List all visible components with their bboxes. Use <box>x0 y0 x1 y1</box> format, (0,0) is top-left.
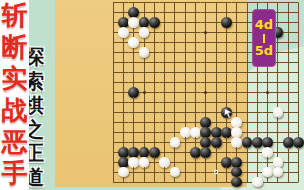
board-cell[interactable] <box>129 97 139 107</box>
board-cell[interactable] <box>160 48 170 58</box>
board-cell[interactable] <box>293 87 303 97</box>
board-cell[interactable] <box>252 97 262 107</box>
board-cell[interactable] <box>108 117 118 127</box>
board-cell[interactable] <box>129 48 139 58</box>
board-cell[interactable] <box>242 68 252 78</box>
board-cell[interactable] <box>149 28 159 38</box>
board-cell[interactable] <box>283 48 293 58</box>
board-cell[interactable] <box>190 167 200 177</box>
board-cell[interactable] <box>293 58 303 68</box>
board-cell[interactable] <box>293 107 303 117</box>
board-cell[interactable] <box>160 97 170 107</box>
board-cell[interactable] <box>139 48 149 58</box>
board-cell[interactable] <box>293 137 303 147</box>
board-cell[interactable] <box>190 48 200 58</box>
board-cell[interactable] <box>149 68 159 78</box>
board-cell[interactable] <box>190 97 200 107</box>
board-cell[interactable] <box>293 97 303 107</box>
board-cell[interactable] <box>263 177 273 187</box>
board-cell[interactable] <box>139 38 149 48</box>
board-cell[interactable] <box>160 18 170 28</box>
board-cell[interactable] <box>242 48 252 58</box>
board-cell[interactable] <box>180 107 190 117</box>
board-cell[interactable] <box>190 137 200 147</box>
board-cell[interactable] <box>139 107 149 117</box>
board-cell[interactable] <box>149 48 159 58</box>
board-cell[interactable] <box>129 38 139 48</box>
board-cell[interactable] <box>180 97 190 107</box>
board-cell[interactable] <box>283 157 293 167</box>
board-cell[interactable] <box>170 77 180 87</box>
board-cell[interactable] <box>232 48 242 58</box>
board-cell[interactable] <box>221 38 231 48</box>
board-cell[interactable] <box>180 117 190 127</box>
board-cell[interactable] <box>211 167 221 177</box>
board-cell[interactable] <box>232 0 242 8</box>
board-cell[interactable] <box>149 8 159 18</box>
board-cell[interactable] <box>190 58 200 68</box>
board-cell[interactable] <box>221 58 231 68</box>
board-cell[interactable] <box>263 147 273 157</box>
board-cell[interactable] <box>211 77 221 87</box>
board-cell[interactable] <box>283 117 293 127</box>
board-cell[interactable] <box>211 48 221 58</box>
board-cell[interactable] <box>283 147 293 157</box>
board-cell[interactable] <box>242 97 252 107</box>
board-cell[interactable] <box>283 58 293 68</box>
board-cell[interactable] <box>232 38 242 48</box>
board-cell[interactable] <box>283 0 293 8</box>
board-cell[interactable] <box>263 167 273 177</box>
board-cell[interactable] <box>273 157 283 167</box>
board-cell[interactable] <box>118 87 128 97</box>
board-cell[interactable] <box>273 177 283 187</box>
board-cell[interactable] <box>242 127 252 137</box>
board-cell[interactable] <box>221 107 231 117</box>
board-cell[interactable] <box>252 117 262 127</box>
board-cell[interactable] <box>201 127 211 137</box>
board-cell[interactable] <box>149 18 159 28</box>
board-cell[interactable] <box>149 177 159 187</box>
board-cell[interactable] <box>170 157 180 167</box>
board-cell[interactable] <box>252 68 262 78</box>
board-cell[interactable] <box>190 177 200 187</box>
board-cell[interactable] <box>108 77 118 87</box>
board-cell[interactable] <box>242 8 252 18</box>
board-cell[interactable] <box>201 97 211 107</box>
board-cell[interactable] <box>129 117 139 127</box>
board-cell[interactable] <box>170 177 180 187</box>
board-cell[interactable] <box>201 87 211 97</box>
board-cell[interactable] <box>211 177 221 187</box>
board-cell[interactable] <box>211 18 221 28</box>
board-cell[interactable] <box>201 38 211 48</box>
board-cell[interactable] <box>283 177 293 187</box>
board-cell[interactable] <box>190 68 200 78</box>
board-cell[interactable] <box>232 97 242 107</box>
board-cell[interactable] <box>242 87 252 97</box>
board-cell[interactable] <box>283 38 293 48</box>
board-cell[interactable] <box>118 97 128 107</box>
board-cell[interactable] <box>293 38 303 48</box>
board-cell[interactable] <box>273 147 283 157</box>
board-cell[interactable] <box>273 167 283 177</box>
board-cell[interactable] <box>118 107 128 117</box>
board-cell[interactable] <box>211 0 221 8</box>
board-cell[interactable] <box>201 167 211 177</box>
board-cell[interactable] <box>129 137 139 147</box>
board-cell[interactable] <box>242 0 252 8</box>
board-cell[interactable] <box>180 48 190 58</box>
board-cell[interactable] <box>139 147 149 157</box>
board-cell[interactable] <box>201 28 211 38</box>
board-cell[interactable] <box>160 167 170 177</box>
board-cell[interactable] <box>293 157 303 167</box>
board-cell[interactable] <box>283 8 293 18</box>
board-cell[interactable] <box>221 137 231 147</box>
board-cell[interactable] <box>160 38 170 48</box>
board-cell[interactable] <box>160 68 170 78</box>
board-cell[interactable] <box>263 0 273 8</box>
board-cell[interactable] <box>149 38 159 48</box>
board-cell[interactable] <box>108 97 118 107</box>
board-cell[interactable] <box>149 0 159 8</box>
board-cell[interactable] <box>252 77 262 87</box>
board-cell[interactable] <box>283 18 293 28</box>
board-cell[interactable] <box>242 137 252 147</box>
board-cell[interactable] <box>160 87 170 97</box>
board-cell[interactable] <box>211 107 221 117</box>
board-cell[interactable] <box>149 77 159 87</box>
board-cell[interactable] <box>190 8 200 18</box>
board-cell[interactable] <box>242 38 252 48</box>
board-cell[interactable] <box>293 127 303 137</box>
board-cell[interactable] <box>232 77 242 87</box>
board-cell[interactable] <box>118 38 128 48</box>
board-cell[interactable] <box>252 137 262 147</box>
board-cell[interactable] <box>139 0 149 8</box>
board-cell[interactable] <box>160 0 170 8</box>
board-cell[interactable] <box>190 157 200 167</box>
board-cell[interactable] <box>263 77 273 87</box>
board-cell[interactable] <box>211 117 221 127</box>
board-cell[interactable] <box>129 127 139 137</box>
board-cell[interactable] <box>263 107 273 117</box>
board-cell[interactable] <box>263 97 273 107</box>
board-cell[interactable] <box>170 127 180 137</box>
board-cell[interactable] <box>232 18 242 28</box>
board-cell[interactable] <box>170 8 180 18</box>
board-cell[interactable] <box>129 157 139 167</box>
board-cell[interactable] <box>170 117 180 127</box>
board-cell[interactable] <box>190 77 200 87</box>
board-cell[interactable] <box>170 58 180 68</box>
board-cell[interactable] <box>273 87 283 97</box>
board-cell[interactable] <box>118 58 128 68</box>
board-cell[interactable] <box>180 38 190 48</box>
board-cell[interactable] <box>170 87 180 97</box>
board-cell[interactable] <box>221 97 231 107</box>
board-cell[interactable] <box>160 177 170 187</box>
board-cell[interactable] <box>221 157 231 167</box>
go-board[interactable] <box>55 0 248 187</box>
board-cell[interactable] <box>221 18 231 28</box>
board-cell[interactable] <box>242 157 252 167</box>
board-cell[interactable] <box>118 48 128 58</box>
board-cell[interactable] <box>170 147 180 157</box>
board-cell[interactable] <box>263 68 273 78</box>
board-cell[interactable] <box>180 0 190 8</box>
board-cell[interactable] <box>263 117 273 127</box>
board-cell[interactable] <box>252 0 262 8</box>
board-cell[interactable] <box>273 68 283 78</box>
board-cell[interactable] <box>283 28 293 38</box>
board-cell[interactable] <box>221 167 231 177</box>
board-cell[interactable] <box>263 137 273 147</box>
board-cell[interactable] <box>293 177 303 187</box>
board-cell[interactable] <box>211 157 221 167</box>
board-cell[interactable] <box>149 127 159 137</box>
board-cell[interactable] <box>211 97 221 107</box>
board-cell[interactable] <box>221 177 231 187</box>
board-cell[interactable] <box>108 127 118 137</box>
board-cell[interactable] <box>149 97 159 107</box>
board-cell[interactable] <box>160 147 170 157</box>
board-cell[interactable] <box>108 48 118 58</box>
board-cell[interactable] <box>118 127 128 137</box>
board-cell[interactable] <box>232 147 242 157</box>
board-cell[interactable] <box>160 137 170 147</box>
board-cell[interactable] <box>190 0 200 8</box>
board-cell[interactable] <box>190 107 200 117</box>
board-cell[interactable] <box>149 167 159 177</box>
board-cell[interactable] <box>263 87 273 97</box>
board-cell[interactable] <box>129 68 139 78</box>
board-cell[interactable] <box>170 28 180 38</box>
board-cell[interactable] <box>160 28 170 38</box>
board-cell[interactable] <box>139 8 149 18</box>
board-cell[interactable] <box>108 87 118 97</box>
board-cell[interactable] <box>118 28 128 38</box>
board-cell[interactable] <box>252 167 262 177</box>
board-cell[interactable] <box>221 8 231 18</box>
board-cell[interactable] <box>273 107 283 117</box>
board-cell[interactable] <box>283 87 293 97</box>
board-cell[interactable] <box>283 127 293 137</box>
board-cell[interactable] <box>190 87 200 97</box>
board-cell[interactable] <box>201 117 211 127</box>
board-cell[interactable] <box>139 77 149 87</box>
board-cell[interactable] <box>201 177 211 187</box>
board-cell[interactable] <box>129 87 139 97</box>
board-cell[interactable] <box>149 157 159 167</box>
board-cell[interactable] <box>139 117 149 127</box>
board-cell[interactable] <box>139 58 149 68</box>
board-cell[interactable] <box>211 127 221 137</box>
board-cell[interactable] <box>149 137 159 147</box>
board-cell[interactable] <box>129 58 139 68</box>
board-cell[interactable] <box>211 38 221 48</box>
board-cell[interactable] <box>129 28 139 38</box>
board-cell[interactable] <box>149 117 159 127</box>
board-cell[interactable] <box>118 137 128 147</box>
board-cell[interactable] <box>170 68 180 78</box>
board-cell[interactable] <box>160 117 170 127</box>
board-cell[interactable] <box>149 58 159 68</box>
board-cell[interactable] <box>170 107 180 117</box>
board-cell[interactable] <box>283 77 293 87</box>
board-cell[interactable] <box>283 107 293 117</box>
board-cell[interactable] <box>139 28 149 38</box>
board-cell[interactable] <box>180 18 190 28</box>
board-cell[interactable] <box>211 68 221 78</box>
board-cell[interactable] <box>293 28 303 38</box>
board-cell[interactable] <box>190 147 200 157</box>
board-cell[interactable] <box>252 127 262 137</box>
board-cell[interactable] <box>160 157 170 167</box>
board-cell[interactable] <box>293 8 303 18</box>
board-cell[interactable] <box>201 58 211 68</box>
board-cell[interactable] <box>118 18 128 28</box>
board-cell[interactable] <box>170 97 180 107</box>
board-cell[interactable] <box>232 137 242 147</box>
board-cell[interactable] <box>252 87 262 97</box>
board-cell[interactable] <box>221 48 231 58</box>
board-cell[interactable] <box>293 0 303 8</box>
board-cell[interactable] <box>273 97 283 107</box>
board-cell[interactable] <box>293 18 303 28</box>
board-cell[interactable] <box>211 87 221 97</box>
board-cell[interactable] <box>232 8 242 18</box>
board-cell[interactable] <box>108 18 118 28</box>
board-cell[interactable] <box>180 28 190 38</box>
board-cell[interactable] <box>221 28 231 38</box>
board-cell[interactable] <box>252 107 262 117</box>
board-cell[interactable] <box>221 77 231 87</box>
board-cell[interactable] <box>293 167 303 177</box>
board-cell[interactable] <box>190 117 200 127</box>
board-cell[interactable] <box>273 117 283 127</box>
board-cell[interactable] <box>180 157 190 167</box>
board-cell[interactable] <box>180 68 190 78</box>
board-cell[interactable] <box>170 38 180 48</box>
board-cell[interactable] <box>180 127 190 137</box>
board-cell[interactable] <box>221 87 231 97</box>
board-cell[interactable] <box>160 8 170 18</box>
board-cell[interactable] <box>118 147 128 157</box>
board-cell[interactable] <box>129 107 139 117</box>
board-cell[interactable] <box>118 157 128 167</box>
board-cell[interactable] <box>273 127 283 137</box>
board-cell[interactable] <box>211 137 221 147</box>
board-cell[interactable] <box>129 77 139 87</box>
board-cell[interactable] <box>242 28 252 38</box>
board-cell[interactable] <box>108 28 118 38</box>
board-cell[interactable] <box>190 127 200 137</box>
board-cell[interactable] <box>108 167 118 177</box>
board-cell[interactable] <box>139 127 149 137</box>
board-cell[interactable] <box>232 58 242 68</box>
board-cell[interactable] <box>118 68 128 78</box>
board-cell[interactable] <box>201 147 211 157</box>
board-cell[interactable] <box>108 0 118 8</box>
board-cell[interactable] <box>263 157 273 167</box>
board-cell[interactable] <box>160 127 170 137</box>
board-cell[interactable] <box>180 167 190 177</box>
board-cell[interactable] <box>242 77 252 87</box>
board-cell[interactable] <box>273 0 283 8</box>
board-cell[interactable] <box>170 167 180 177</box>
board-cell[interactable] <box>180 8 190 18</box>
board-cell[interactable] <box>108 68 118 78</box>
board-cell[interactable] <box>252 177 262 187</box>
board-cell[interactable] <box>232 177 242 187</box>
board-cell[interactable] <box>283 97 293 107</box>
board-cell[interactable] <box>139 137 149 147</box>
board-cell[interactable] <box>201 0 211 8</box>
board-cell[interactable] <box>108 58 118 68</box>
board-cell[interactable] <box>273 137 283 147</box>
board-cell[interactable] <box>180 177 190 187</box>
board-cell[interactable] <box>129 167 139 177</box>
board-cell[interactable] <box>129 147 139 157</box>
board-cell[interactable] <box>242 117 252 127</box>
board-cell[interactable] <box>139 87 149 97</box>
board-cell[interactable] <box>118 77 128 87</box>
board-cell[interactable] <box>242 147 252 157</box>
board-cell[interactable] <box>129 177 139 187</box>
board-cell[interactable] <box>170 48 180 58</box>
board-cell[interactable] <box>149 87 159 97</box>
board-cell[interactable] <box>160 58 170 68</box>
board-cell[interactable] <box>293 117 303 127</box>
board-cell[interactable] <box>293 147 303 157</box>
board-cell[interactable] <box>283 68 293 78</box>
board-cell[interactable] <box>232 28 242 38</box>
board-cell[interactable] <box>139 68 149 78</box>
board-cell[interactable] <box>232 127 242 137</box>
board-cell[interactable] <box>221 127 231 137</box>
board-cell[interactable] <box>149 147 159 157</box>
board-cell[interactable] <box>190 18 200 28</box>
board-cell[interactable] <box>232 87 242 97</box>
board-cell[interactable] <box>160 77 170 87</box>
board-cell[interactable] <box>242 58 252 68</box>
board-cell[interactable] <box>180 77 190 87</box>
board-cell[interactable] <box>108 137 118 147</box>
board-cell[interactable] <box>108 38 118 48</box>
board-cell[interactable] <box>252 157 262 167</box>
board-cell[interactable] <box>201 48 211 58</box>
board-cell[interactable] <box>180 87 190 97</box>
board-cell[interactable] <box>221 147 231 157</box>
board-cell[interactable] <box>170 137 180 147</box>
board-cell[interactable] <box>221 0 231 8</box>
board-cell[interactable] <box>273 77 283 87</box>
board-cell[interactable] <box>201 157 211 167</box>
board-cell[interactable] <box>201 77 211 87</box>
board-cell[interactable] <box>242 18 252 28</box>
board-cell[interactable] <box>129 8 139 18</box>
board-cell[interactable] <box>293 68 303 78</box>
board-cell[interactable] <box>232 68 242 78</box>
board-cell[interactable] <box>221 68 231 78</box>
board-cell[interactable] <box>149 107 159 117</box>
board-cell[interactable] <box>263 127 273 137</box>
board-cell[interactable] <box>211 147 221 157</box>
board-cell[interactable] <box>139 177 149 187</box>
board-cell[interactable] <box>190 38 200 48</box>
